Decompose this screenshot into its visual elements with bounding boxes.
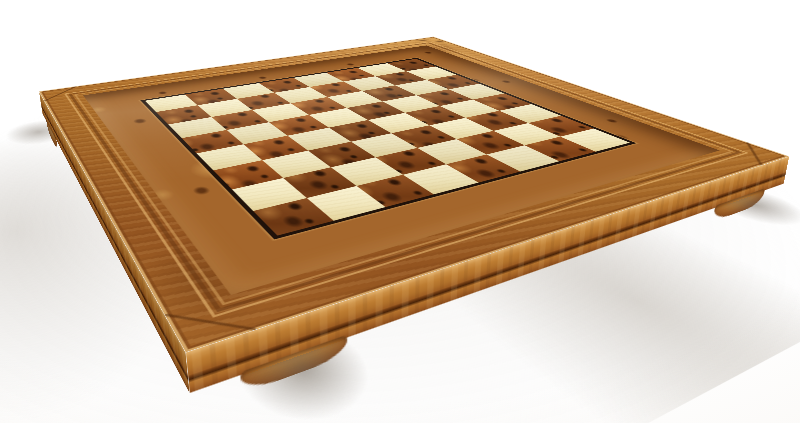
board-square bbox=[331, 157, 403, 186]
product-photo bbox=[0, 0, 800, 423]
board-square bbox=[288, 128, 351, 151]
perspective-stage bbox=[0, 0, 800, 423]
board-square bbox=[391, 125, 456, 148]
board-square bbox=[253, 198, 333, 236]
board-square bbox=[351, 133, 417, 157]
board-square bbox=[308, 142, 375, 168]
board-square bbox=[525, 137, 596, 162]
board-square bbox=[493, 123, 560, 145]
frame-mitre-joint bbox=[411, 37, 450, 46]
board-square bbox=[560, 129, 630, 152]
chessboard-3d bbox=[39, 37, 789, 353]
board-square bbox=[446, 154, 520, 182]
board-square bbox=[232, 178, 307, 211]
board-square bbox=[262, 151, 331, 178]
board-square bbox=[197, 144, 263, 170]
board-square bbox=[182, 130, 244, 153]
board-square bbox=[244, 136, 309, 160]
board-square bbox=[403, 164, 479, 194]
board-square bbox=[357, 175, 434, 207]
board-square bbox=[227, 122, 288, 144]
board-square bbox=[487, 145, 560, 171]
frame-mitre-joint bbox=[39, 86, 83, 101]
board-square bbox=[429, 118, 493, 139]
board-square bbox=[283, 167, 356, 198]
board-square bbox=[457, 131, 525, 155]
board-square bbox=[307, 186, 386, 221]
board-square bbox=[168, 117, 226, 138]
board-square bbox=[417, 139, 486, 164]
board-square bbox=[376, 148, 447, 175]
board-square bbox=[329, 120, 391, 142]
board-square bbox=[213, 160, 283, 189]
